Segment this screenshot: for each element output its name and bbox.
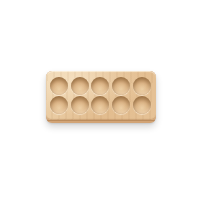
board-top-surface [46,71,156,120]
pit-r0c1[interactable] [71,77,89,95]
pit-r0c0[interactable] [50,77,68,95]
pit-r1c3[interactable] [112,96,130,114]
pit-r1c4[interactable] [133,96,151,114]
pit-r1c2[interactable] [91,96,109,114]
pit-r0c2[interactable] [91,77,109,95]
pit-r1c1[interactable] [71,96,89,114]
pit-r0c4[interactable] [133,77,151,95]
mancala-board [46,71,156,123]
pit-r0c3[interactable] [112,77,130,95]
board-edge-line [47,120,155,121]
pit-r1c0[interactable] [50,96,68,114]
scene [0,0,200,200]
pit-grid [49,77,152,112]
